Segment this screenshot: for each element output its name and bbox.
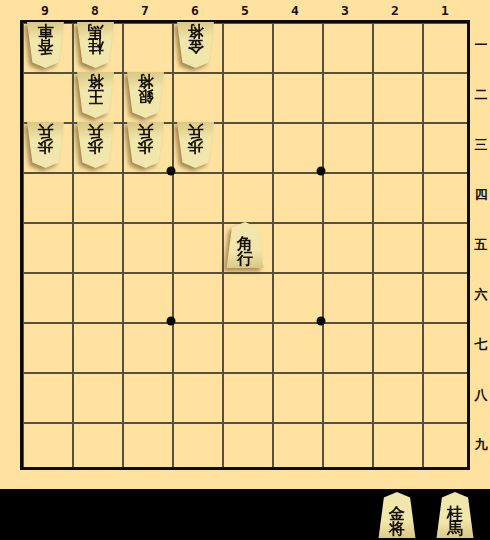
file-label: 5 — [220, 0, 270, 20]
rank-label: 二 — [472, 70, 490, 120]
piece-face: 王将 — [75, 72, 116, 118]
file-label: 1 — [420, 0, 470, 20]
shogi-piece-bishop[interactable]: 角行 — [220, 220, 270, 270]
shogi-piece-lance[interactable]: 香車 — [20, 20, 70, 70]
file-label: 8 — [70, 0, 120, 20]
star-point — [317, 317, 326, 326]
file-label: 2 — [370, 0, 420, 20]
shogi-piece-knight[interactable]: 桂馬 — [70, 20, 120, 70]
piece-face: 歩兵 — [175, 122, 216, 168]
piece-kanji: 金将 — [187, 24, 203, 54]
rank-label: 四 — [472, 170, 490, 220]
rank-label: 七 — [472, 320, 490, 370]
file-label: 6 — [170, 0, 220, 20]
rank-label: 三 — [472, 120, 490, 170]
piece-face: 香車 — [25, 22, 66, 68]
piece-kanji: 桂馬 — [87, 24, 103, 54]
star-point — [317, 167, 326, 176]
piece-face: 金将 — [175, 22, 216, 68]
piece-kanji: 歩兵 — [87, 124, 103, 154]
piece-kanji: 金将 — [389, 506, 405, 536]
shogi-board[interactable]: 香車桂馬金将王将銀将歩兵歩兵歩兵歩兵角行 — [20, 20, 470, 470]
shogi-piece-pawn[interactable]: 歩兵 — [70, 120, 120, 170]
file-label: 3 — [320, 0, 370, 20]
piece-kanji: 角行 — [237, 236, 253, 266]
shogi-piece-pawn[interactable]: 歩兵 — [120, 120, 170, 170]
shogi-piece-pawn[interactable]: 歩兵 — [170, 120, 220, 170]
piece-kanji: 香車 — [37, 24, 53, 54]
star-point — [167, 317, 176, 326]
piece-face: 桂馬 — [435, 492, 476, 538]
shogi-piece-gold[interactable]: 金将 — [170, 20, 220, 70]
piece-face: 歩兵 — [75, 122, 116, 168]
shogi-app: 987654321 香車桂馬金将王将銀将歩兵歩兵歩兵歩兵角行 一二三四五六七八九… — [0, 0, 490, 540]
file-label: 9 — [20, 0, 70, 20]
rank-label: 五 — [472, 220, 490, 270]
rank-label: 一 — [472, 20, 490, 70]
piece-face: 角行 — [225, 222, 266, 268]
piece-face: 銀将 — [125, 72, 166, 118]
file-label: 7 — [120, 0, 170, 20]
piece-kanji: 歩兵 — [37, 124, 53, 154]
piece-kanji: 歩兵 — [137, 124, 153, 154]
piece-face: 金将 — [377, 492, 418, 538]
piece-kanji: 歩兵 — [187, 124, 203, 154]
rank-labels: 一二三四五六七八九 — [472, 20, 490, 470]
rank-label: 八 — [472, 370, 490, 420]
shogi-piece-king[interactable]: 王将 — [70, 70, 120, 120]
shogi-piece-knight[interactable]: 桂馬 — [430, 490, 480, 540]
shogi-piece-pawn[interactable]: 歩兵 — [20, 120, 70, 170]
file-labels: 987654321 — [20, 0, 470, 20]
piece-face: 桂馬 — [75, 22, 116, 68]
rank-label: 六 — [472, 270, 490, 320]
shogi-piece-silver[interactable]: 銀将 — [120, 70, 170, 120]
rank-label: 九 — [472, 420, 490, 470]
piece-kanji: 銀将 — [137, 74, 153, 104]
file-label: 4 — [270, 0, 320, 20]
piece-face: 歩兵 — [125, 122, 166, 168]
piece-kanji: 桂馬 — [447, 506, 463, 536]
piece-face: 歩兵 — [25, 122, 66, 168]
shogi-piece-gold[interactable]: 金将 — [372, 490, 422, 540]
piece-kanji: 王将 — [87, 74, 103, 104]
